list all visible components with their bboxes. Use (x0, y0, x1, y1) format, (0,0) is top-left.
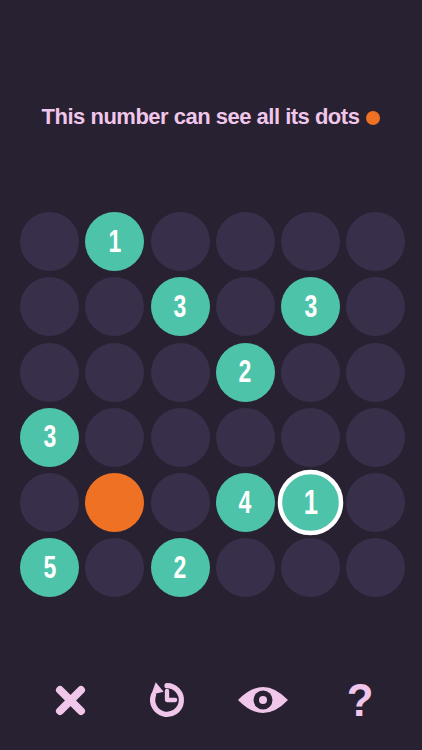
cell-r1-c6[interactable] (346, 212, 405, 271)
cell-r1-c5[interactable] (281, 212, 340, 271)
cell-r6-c2[interactable] (85, 538, 144, 597)
cell-r4-c6[interactable] (346, 408, 405, 467)
cell-r6-c3[interactable]: 2 (151, 538, 210, 597)
cell-r3-c2[interactable] (85, 343, 144, 402)
cell-digit: 1 (304, 484, 318, 522)
close-button[interactable] (38, 676, 102, 724)
cell-r2-c4[interactable] (216, 277, 275, 336)
cell-r3-c5[interactable] (281, 343, 340, 402)
cell-r6-c6[interactable] (346, 538, 405, 597)
x-icon (54, 684, 87, 717)
cell-r2-c6[interactable] (346, 277, 405, 336)
cell-r3-c6[interactable] (346, 343, 405, 402)
cell-r2-c2[interactable] (85, 277, 144, 336)
cell-r1-c3[interactable] (151, 212, 210, 271)
eye-icon (236, 682, 290, 718)
cell-digit: 3 (174, 290, 187, 324)
cell-r6-c5[interactable] (281, 538, 340, 597)
cell-r6-c4[interactable] (216, 538, 275, 597)
cell-r5-c2[interactable] (85, 473, 144, 532)
cell-r6-c1[interactable]: 5 (20, 538, 79, 597)
cell-r5-c5[interactable]: 1 (278, 470, 343, 535)
cell-r4-c4[interactable] (216, 408, 275, 467)
undo-button[interactable] (135, 676, 199, 724)
tutorial-hint: This number can see all its dots (0, 103, 422, 131)
cell-digit: 3 (304, 290, 317, 324)
cell-r2-c3[interactable]: 3 (151, 277, 210, 336)
cell-r5-c4[interactable]: 4 (216, 473, 275, 532)
history-icon (144, 677, 190, 723)
cell-r1-c1[interactable] (20, 212, 79, 271)
orange-dot-icon (366, 111, 380, 125)
cell-r4-c5[interactable] (281, 408, 340, 467)
cell-digit: 4 (239, 486, 252, 520)
cell-r5-c3[interactable] (151, 473, 210, 532)
cell-r2-c5[interactable]: 3 (281, 277, 340, 336)
cell-r4-c2[interactable] (85, 408, 144, 467)
cell-r2-c1[interactable] (20, 277, 79, 336)
cell-r4-c1[interactable]: 3 (20, 408, 79, 467)
toolbar: ? (38, 676, 392, 724)
cell-digit: 3 (43, 420, 56, 454)
cell-digit: 1 (108, 225, 121, 259)
board: 133234152 (20, 212, 405, 597)
cell-r1-c4[interactable] (216, 212, 275, 271)
cell-r5-c6[interactable] (346, 473, 405, 532)
cell-r1-c2[interactable]: 1 (85, 212, 144, 271)
reveal-button[interactable] (231, 676, 295, 724)
cell-digit: 5 (43, 551, 56, 585)
cell-r5-c1[interactable] (20, 473, 79, 532)
question-icon: ? (347, 677, 374, 723)
cell-digit: 2 (174, 551, 187, 585)
cell-digit: 2 (239, 355, 252, 389)
help-button[interactable]: ? (328, 676, 392, 724)
cell-r3-c1[interactable] (20, 343, 79, 402)
cell-r3-c4[interactable]: 2 (216, 343, 275, 402)
app: This number can see all its dots 1332341… (0, 0, 422, 750)
cell-r4-c3[interactable] (151, 408, 210, 467)
cell-r3-c3[interactable] (151, 343, 210, 402)
tutorial-hint-text: This number can see all its dots (42, 104, 360, 130)
